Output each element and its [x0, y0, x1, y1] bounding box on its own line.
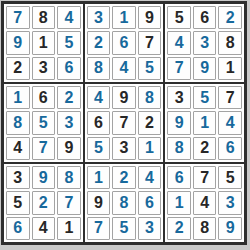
cell-r3c2[interactable]: 3 [32, 57, 56, 80]
cell-r6c6[interactable]: 1 [138, 137, 162, 160]
cell-r8c7[interactable]: 1 [167, 191, 191, 214]
cell-r4c2[interactable]: 6 [32, 86, 56, 109]
cell-r1c4[interactable]: 3 [87, 6, 111, 29]
cell-r7c4[interactable]: 1 [87, 166, 111, 189]
cell-r5c8[interactable]: 1 [193, 111, 217, 134]
cell-r8c1[interactable]: 5 [6, 191, 30, 214]
cell-r7c8[interactable]: 7 [193, 166, 217, 189]
cell-r2c1[interactable]: 9 [6, 31, 30, 54]
cell-r2c9[interactable]: 8 [218, 31, 242, 54]
cell-r9c7[interactable]: 2 [167, 217, 191, 240]
cell-r2c2[interactable]: 1 [32, 31, 56, 54]
cell-r7c2[interactable]: 9 [32, 166, 56, 189]
cell-r6c9[interactable]: 6 [218, 137, 242, 160]
box-7: 398527641 [3, 163, 84, 243]
cell-r1c5[interactable]: 1 [112, 6, 136, 29]
cell-r5c5[interactable]: 7 [112, 111, 136, 134]
cell-r4c3[interactable]: 2 [57, 86, 81, 109]
cell-r8c2[interactable]: 2 [32, 191, 56, 214]
cell-r7c9[interactable]: 5 [218, 166, 242, 189]
cell-r9c8[interactable]: 8 [193, 217, 217, 240]
cell-r8c8[interactable]: 4 [193, 191, 217, 214]
cell-r2c8[interactable]: 3 [193, 31, 217, 54]
cell-r4c8[interactable]: 5 [193, 86, 217, 109]
cell-r3c6[interactable]: 5 [138, 57, 162, 80]
cell-r8c5[interactable]: 8 [112, 191, 136, 214]
cell-r4c6[interactable]: 8 [138, 86, 162, 109]
cell-r2c7[interactable]: 4 [167, 31, 191, 54]
cell-r9c2[interactable]: 4 [32, 217, 56, 240]
cell-r4c9[interactable]: 7 [218, 86, 242, 109]
cell-r8c4[interactable]: 9 [87, 191, 111, 214]
cell-r9c1[interactable]: 6 [6, 217, 30, 240]
cell-r3c1[interactable]: 2 [6, 57, 30, 80]
sudoku-board: 7849152363192678455624387911628534794986… [1, 1, 247, 245]
cell-r5c3[interactable]: 3 [57, 111, 81, 134]
cell-r2c3[interactable]: 5 [57, 31, 81, 54]
cell-r5c7[interactable]: 9 [167, 111, 191, 134]
cell-r4c4[interactable]: 4 [87, 86, 111, 109]
cell-r3c3[interactable]: 6 [57, 57, 81, 80]
cell-r8c9[interactable]: 3 [218, 191, 242, 214]
box-9: 675143289 [164, 163, 245, 243]
box-2: 319267845 [84, 3, 165, 83]
cell-r1c9[interactable]: 2 [218, 6, 242, 29]
box-1: 784915236 [3, 3, 84, 83]
cell-r9c3[interactable]: 1 [57, 217, 81, 240]
cell-r6c3[interactable]: 9 [57, 137, 81, 160]
cell-r8c3[interactable]: 7 [57, 191, 81, 214]
cell-r2c4[interactable]: 2 [87, 31, 111, 54]
cell-r1c8[interactable]: 6 [193, 6, 217, 29]
cell-r1c7[interactable]: 5 [167, 6, 191, 29]
cell-r6c8[interactable]: 2 [193, 137, 217, 160]
cell-r5c1[interactable]: 8 [6, 111, 30, 134]
cell-r5c9[interactable]: 4 [218, 111, 242, 134]
cell-r7c1[interactable]: 3 [6, 166, 30, 189]
cell-r3c4[interactable]: 8 [87, 57, 111, 80]
cell-r6c2[interactable]: 7 [32, 137, 56, 160]
cell-r7c7[interactable]: 6 [167, 166, 191, 189]
cell-r1c6[interactable]: 9 [138, 6, 162, 29]
cell-r3c7[interactable]: 7 [167, 57, 191, 80]
cell-r3c9[interactable]: 1 [218, 57, 242, 80]
cell-r7c3[interactable]: 8 [57, 166, 81, 189]
cell-r6c5[interactable]: 3 [112, 137, 136, 160]
cell-r1c1[interactable]: 7 [6, 6, 30, 29]
cell-r9c4[interactable]: 7 [87, 217, 111, 240]
cell-r4c5[interactable]: 9 [112, 86, 136, 109]
cell-r9c6[interactable]: 3 [138, 217, 162, 240]
box-8: 124986753 [84, 163, 165, 243]
cell-r8c6[interactable]: 6 [138, 191, 162, 214]
box-3: 562438791 [164, 3, 245, 83]
cell-r4c1[interactable]: 1 [6, 86, 30, 109]
cell-r5c4[interactable]: 6 [87, 111, 111, 134]
cell-r4c7[interactable]: 3 [167, 86, 191, 109]
cell-r2c5[interactable]: 6 [112, 31, 136, 54]
cell-r1c2[interactable]: 8 [32, 6, 56, 29]
cell-r9c9[interactable]: 9 [218, 217, 242, 240]
cell-r7c5[interactable]: 2 [112, 166, 136, 189]
cell-r3c8[interactable]: 9 [193, 57, 217, 80]
cell-r3c5[interactable]: 4 [112, 57, 136, 80]
cell-r9c5[interactable]: 5 [112, 217, 136, 240]
cell-r6c1[interactable]: 4 [6, 137, 30, 160]
cell-r5c2[interactable]: 5 [32, 111, 56, 134]
box-4: 162853479 [3, 83, 84, 163]
cell-r1c3[interactable]: 4 [57, 6, 81, 29]
cell-r6c4[interactable]: 5 [87, 137, 111, 160]
cell-r5c6[interactable]: 2 [138, 111, 162, 134]
box-6: 357914826 [164, 83, 245, 163]
cell-r6c7[interactable]: 8 [167, 137, 191, 160]
cell-r7c6[interactable]: 4 [138, 166, 162, 189]
cell-r2c6[interactable]: 7 [138, 31, 162, 54]
box-5: 498672531 [84, 83, 165, 163]
